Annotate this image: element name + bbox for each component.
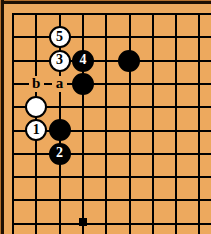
white-stone bbox=[25, 96, 47, 118]
black-stone-4: 4 bbox=[72, 50, 94, 72]
board-border-top bbox=[0, 1, 211, 4]
black-stone-2: 2 bbox=[49, 143, 71, 165]
white-stone-3: 3 bbox=[49, 50, 71, 72]
point-label-a: a bbox=[52, 76, 67, 92]
board-border-left bbox=[1, 0, 4, 234]
white-stone-1: 1 bbox=[25, 119, 47, 141]
black-stone bbox=[72, 73, 94, 95]
black-stone bbox=[118, 50, 140, 72]
black-stone bbox=[49, 119, 71, 141]
white-stone-5: 5 bbox=[49, 26, 71, 48]
go-board-diagram: 53412ba bbox=[0, 0, 211, 234]
stone-layer: 53412ba bbox=[1, 2, 211, 234]
point-label-b: b bbox=[29, 76, 44, 92]
